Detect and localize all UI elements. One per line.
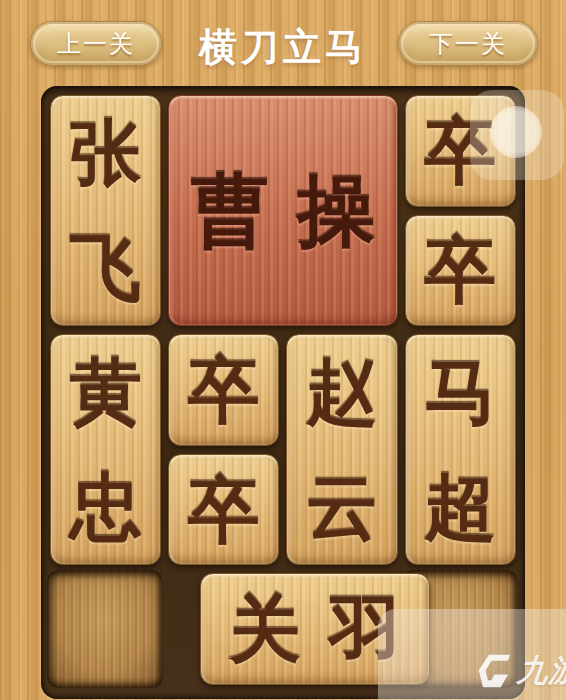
game-screen: 上一关 横刀立马 下一关 张飞曹操卒卒黄忠卒卒赵云马超关羽 九游 [0,0,566,700]
previous-level-button[interactable]: 上一关 [30,21,162,66]
block-char: 操 [297,172,375,250]
block-char: 飞 [70,232,142,304]
block-char: 赵 [306,356,378,428]
block-char: 马 [424,356,496,428]
block-char: 云 [306,471,378,543]
block-char: 曹 [191,172,269,250]
block-huangzhong[interactable]: 黄忠 [50,334,161,565]
block-char: 关 [229,593,301,665]
tap-hint-overlay [470,90,564,180]
block-soldier-3[interactable]: 卒 [168,334,279,446]
block-zhaoyun[interactable]: 赵云 [286,334,397,565]
block-machao[interactable]: 马超 [405,334,516,565]
block-soldier-2[interactable]: 卒 [405,215,516,327]
watermark-text: 九游 [515,650,566,692]
next-level-button[interactable]: 下一关 [398,21,538,66]
watermark: 九游 [478,650,566,692]
puzzle-board: 张飞曹操卒卒黄忠卒卒赵云马超关羽 [41,86,525,699]
block-char: 卒 [188,474,260,546]
level-title: 横刀立马 [199,22,367,73]
block-char: 超 [424,471,496,543]
9game-logo-icon [478,653,512,689]
block-soldier-4[interactable]: 卒 [168,454,279,566]
block-char: 黄 [70,356,142,428]
block-zhangfei[interactable]: 张飞 [50,95,161,326]
block-char: 张 [70,117,142,189]
block-caocao[interactable]: 曹操 [168,95,397,326]
empty-cell-floor [47,570,163,688]
block-char: 忠 [70,471,142,543]
block-char: 卒 [188,354,260,426]
tap-hint-circle-icon [490,106,542,158]
block-char: 卒 [424,234,496,306]
